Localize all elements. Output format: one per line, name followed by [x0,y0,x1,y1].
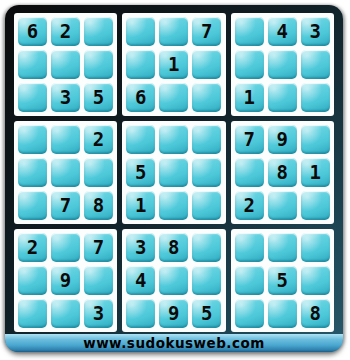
cell-r2c4[interactable] [126,50,155,79]
box-1-2: 716 [122,13,225,116]
cell-r7c3[interactable]: 7 [84,233,113,262]
cell-r4c1[interactable] [18,125,47,154]
cell-r7c4[interactable]: 3 [126,233,155,262]
cell-r8c1[interactable] [18,266,47,295]
grid-area: 6235716431278517981227933849558 [5,5,343,334]
cell-r9c5[interactable]: 9 [159,299,188,328]
cell-r9c6[interactable]: 5 [192,299,221,328]
cell-r8c3[interactable] [84,266,113,295]
cell-r5c7[interactable] [235,158,264,187]
cell-r5c4[interactable]: 5 [126,158,155,187]
cell-r1c3[interactable] [84,17,113,46]
cell-r9c1[interactable] [18,299,47,328]
cell-r6c8[interactable] [268,191,297,220]
box-2-2: 51 [122,121,225,224]
cell-r3c3[interactable]: 5 [84,83,113,112]
box-2-1: 278 [14,121,117,224]
box-1-3: 431 [231,13,334,116]
cell-r3c8[interactable] [268,83,297,112]
cell-r4c4[interactable] [126,125,155,154]
cell-r7c9[interactable] [301,233,330,262]
cell-r1c4[interactable] [126,17,155,46]
box-3-1: 2793 [14,229,117,332]
cell-r1c5[interactable] [159,17,188,46]
sudoku-board: 6235716431278517981227933849558 www.sudo… [5,5,343,352]
box-3-3: 58 [231,229,334,332]
cell-r8c8[interactable]: 5 [268,266,297,295]
box-3-2: 38495 [122,229,225,332]
cell-r6c6[interactable] [192,191,221,220]
cell-r5c3[interactable] [84,158,113,187]
cell-r2c3[interactable] [84,50,113,79]
cell-r1c1[interactable]: 6 [18,17,47,46]
cell-r4c3[interactable]: 2 [84,125,113,154]
cell-r6c2[interactable]: 7 [51,191,80,220]
cell-r3c6[interactable] [192,83,221,112]
cell-r9c4[interactable] [126,299,155,328]
cell-r1c9[interactable]: 3 [301,17,330,46]
cell-r1c2[interactable]: 2 [51,17,80,46]
cell-r2c9[interactable] [301,50,330,79]
cell-r7c7[interactable] [235,233,264,262]
cell-r8c7[interactable] [235,266,264,295]
cell-r5c2[interactable] [51,158,80,187]
cell-r8c9[interactable] [301,266,330,295]
cell-r4c8[interactable]: 9 [268,125,297,154]
cell-r5c6[interactable] [192,158,221,187]
box-2-3: 79812 [231,121,334,224]
cell-r6c3[interactable]: 8 [84,191,113,220]
cell-r7c8[interactable] [268,233,297,262]
cell-r4c6[interactable] [192,125,221,154]
cell-r5c1[interactable] [18,158,47,187]
cell-r6c9[interactable] [301,191,330,220]
cell-r2c1[interactable] [18,50,47,79]
box-1-1: 6235 [14,13,117,116]
cell-r5c8[interactable]: 8 [268,158,297,187]
cell-r2c8[interactable] [268,50,297,79]
cell-r2c2[interactable] [51,50,80,79]
cell-r6c1[interactable] [18,191,47,220]
cell-r3c7[interactable]: 1 [235,83,264,112]
cell-r9c8[interactable] [268,299,297,328]
footer-band: www.sudokusweb.com [5,334,343,352]
cell-r9c9[interactable]: 8 [301,299,330,328]
cell-r4c2[interactable] [51,125,80,154]
cell-r8c5[interactable] [159,266,188,295]
cell-r1c8[interactable]: 4 [268,17,297,46]
cell-r9c2[interactable] [51,299,80,328]
cell-r3c2[interactable]: 3 [51,83,80,112]
cell-r3c1[interactable] [18,83,47,112]
cell-r7c5[interactable]: 8 [159,233,188,262]
cell-r5c5[interactable] [159,158,188,187]
cell-r4c9[interactable] [301,125,330,154]
cell-r6c4[interactable]: 1 [126,191,155,220]
cell-r8c6[interactable] [192,266,221,295]
cell-r9c3[interactable]: 3 [84,299,113,328]
cell-r7c2[interactable] [51,233,80,262]
cell-r6c5[interactable] [159,191,188,220]
cell-r3c4[interactable]: 6 [126,83,155,112]
cell-r2c7[interactable] [235,50,264,79]
cell-r6c7[interactable]: 2 [235,191,264,220]
cell-r9c7[interactable] [235,299,264,328]
cell-r2c5[interactable]: 1 [159,50,188,79]
cell-r1c6[interactable]: 7 [192,17,221,46]
cell-r8c4[interactable]: 4 [126,266,155,295]
cell-r4c7[interactable]: 7 [235,125,264,154]
cell-r5c9[interactable]: 1 [301,158,330,187]
cell-r3c9[interactable] [301,83,330,112]
sudoku-grid: 6235716431278517981227933849558 [14,13,334,332]
footer-url: www.sudokusweb.com [83,335,265,351]
cell-r2c6[interactable] [192,50,221,79]
cell-r4c5[interactable] [159,125,188,154]
cell-r7c6[interactable] [192,233,221,262]
cell-r1c7[interactable] [235,17,264,46]
cell-r7c1[interactable]: 2 [18,233,47,262]
cell-r3c5[interactable] [159,83,188,112]
cell-r8c2[interactable]: 9 [51,266,80,295]
